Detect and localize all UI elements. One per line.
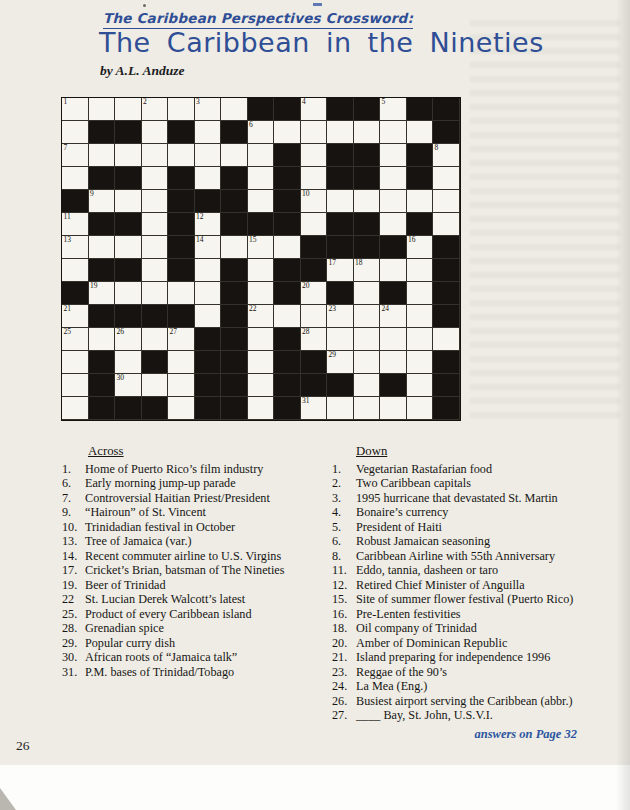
clue-item-text: Early morning jump-up parade bbox=[85, 476, 330, 491]
grid-cell[interactable] bbox=[354, 328, 381, 351]
grid-cell[interactable]: 6 bbox=[248, 121, 275, 144]
black-cell bbox=[274, 190, 301, 213]
grid-cell[interactable] bbox=[142, 374, 169, 397]
black-cell bbox=[248, 213, 275, 236]
grid-cell[interactable] bbox=[274, 236, 301, 259]
black-cell bbox=[89, 213, 116, 236]
grid-cell[interactable]: 19 bbox=[89, 282, 116, 305]
grid-cell[interactable] bbox=[62, 121, 89, 144]
black-cell bbox=[301, 236, 328, 259]
byline: by A.L. Anduze bbox=[100, 63, 185, 79]
clue-item-text: President of Haiti bbox=[356, 520, 624, 535]
grid-cell[interactable]: 21 bbox=[62, 305, 89, 328]
grid-cell[interactable] bbox=[354, 397, 381, 420]
grid-cell[interactable] bbox=[168, 282, 195, 305]
grid-cell[interactable] bbox=[380, 167, 407, 190]
grid-cell[interactable] bbox=[248, 144, 275, 167]
clue-item: 18.Oil company of Trinidad bbox=[332, 621, 624, 636]
black-cell bbox=[274, 167, 301, 190]
grid-cell[interactable]: 9 bbox=[89, 190, 116, 213]
clue-item-number: 13. bbox=[62, 534, 85, 549]
grid-cell[interactable] bbox=[433, 328, 460, 351]
grid-cell[interactable]: 30 bbox=[115, 374, 142, 397]
grid-cell[interactable]: 25 bbox=[62, 328, 89, 351]
black-cell bbox=[274, 397, 301, 420]
black-cell bbox=[380, 374, 407, 397]
clue-item-text: ____ Bay, St. John, U.S.V.I. bbox=[356, 708, 624, 723]
grid-cell[interactable] bbox=[380, 144, 407, 167]
clue-item: 5.President of Haiti bbox=[332, 520, 624, 535]
grid-cell[interactable] bbox=[301, 213, 328, 236]
clue-number: 20 bbox=[302, 282, 310, 290]
grid-cell[interactable] bbox=[62, 351, 89, 374]
clue-item-text: “Hairoun” of St. Vincent bbox=[85, 505, 330, 520]
black-cell bbox=[354, 213, 381, 236]
grid-cell[interactable] bbox=[327, 190, 354, 213]
black-cell bbox=[168, 190, 195, 213]
crossword-grid[interactable]: 1234567891011121314151617181920212223242… bbox=[61, 97, 461, 421]
clue-number: 18 bbox=[355, 259, 363, 267]
grid-cell[interactable] bbox=[407, 397, 434, 420]
black-cell bbox=[115, 121, 142, 144]
grid-cell[interactable] bbox=[168, 144, 195, 167]
grid-cell[interactable] bbox=[115, 351, 142, 374]
black-cell bbox=[168, 259, 195, 282]
black-cell bbox=[89, 351, 116, 374]
black-cell bbox=[407, 144, 434, 167]
black-cell bbox=[168, 305, 195, 328]
grid-cell[interactable] bbox=[142, 144, 169, 167]
black-cell bbox=[195, 374, 222, 397]
grid-cell[interactable] bbox=[380, 397, 407, 420]
grid-cell[interactable] bbox=[407, 351, 434, 374]
black-cell bbox=[142, 305, 169, 328]
clue-number: 24 bbox=[382, 305, 390, 313]
grid-cell[interactable] bbox=[142, 121, 169, 144]
grid-cell[interactable] bbox=[195, 121, 222, 144]
grid-cell[interactable] bbox=[274, 121, 301, 144]
grid-cell[interactable] bbox=[433, 167, 460, 190]
clue-number: 31 bbox=[302, 397, 310, 405]
clue-item-text: Pre-Lenten festivities bbox=[356, 607, 624, 622]
grid-cell[interactable] bbox=[221, 98, 248, 121]
grid-cell[interactable] bbox=[301, 144, 328, 167]
grid-cell[interactable] bbox=[407, 121, 434, 144]
clue-number: 13 bbox=[64, 236, 72, 244]
grid-cell[interactable]: 17 bbox=[327, 259, 354, 282]
grid-cell[interactable] bbox=[327, 328, 354, 351]
grid-cell[interactable]: 4 bbox=[301, 98, 328, 121]
grid-cell[interactable] bbox=[301, 305, 328, 328]
grid-cell[interactable] bbox=[62, 259, 89, 282]
grid-cell[interactable] bbox=[115, 236, 142, 259]
grid-cell[interactable]: 15 bbox=[248, 236, 275, 259]
black-cell bbox=[327, 236, 354, 259]
grid-cell[interactable]: 23 bbox=[327, 305, 354, 328]
black-cell bbox=[89, 167, 116, 190]
black-cell bbox=[407, 213, 434, 236]
grid-cell[interactable] bbox=[407, 328, 434, 351]
grid-cell[interactable] bbox=[221, 144, 248, 167]
black-cell bbox=[115, 305, 142, 328]
clue-item-text: Island preparing for independence 1996 bbox=[356, 650, 624, 665]
clue-item-number: 19. bbox=[62, 578, 85, 593]
grid-cell[interactable] bbox=[433, 190, 460, 213]
scan-bleedthrough bbox=[470, 20, 620, 420]
black-cell bbox=[195, 328, 222, 351]
clue-number: 14 bbox=[196, 236, 204, 244]
grid-cell[interactable] bbox=[142, 213, 169, 236]
grid-cell[interactable] bbox=[380, 351, 407, 374]
clue-item: 1.Vegetarian Rastafarian food bbox=[332, 462, 624, 477]
clue-item-number: 22 bbox=[62, 592, 85, 607]
clue-item: 3.1995 hurricane that devastated St. Mar… bbox=[332, 491, 624, 506]
grid-cell[interactable]: 14 bbox=[195, 236, 222, 259]
grid-cell[interactable] bbox=[89, 144, 116, 167]
clue-item: 25.Product of every Caribbean island bbox=[62, 607, 330, 622]
clue-item: 6.Robust Jamaican seasoning bbox=[332, 534, 624, 549]
grid-cell[interactable] bbox=[195, 259, 222, 282]
clue-item-number: 17. bbox=[62, 563, 85, 578]
black-cell bbox=[354, 167, 381, 190]
clue-item-text: Tree of Jamaica (var.) bbox=[85, 534, 330, 549]
clue-item-text: Two Caribbean capitals bbox=[356, 476, 624, 491]
grid-cell[interactable] bbox=[115, 98, 142, 121]
clue-number: 25 bbox=[64, 328, 72, 336]
clue-number: 2 bbox=[143, 98, 147, 106]
grid-cell[interactable]: 22 bbox=[248, 305, 275, 328]
down-heading: Down bbox=[356, 444, 624, 459]
clue-item-text: Cricket’s Brian, batsman of The Nineties bbox=[85, 563, 330, 578]
clue-item: 20.Amber of Dominican Republic bbox=[332, 636, 624, 651]
black-cell bbox=[195, 190, 222, 213]
black-cell bbox=[274, 144, 301, 167]
black-cell bbox=[115, 259, 142, 282]
black-cell bbox=[327, 98, 354, 121]
grid-cell[interactable] bbox=[115, 144, 142, 167]
clue-item: 10.Trinidadian festival in October bbox=[62, 520, 330, 535]
black-cell bbox=[115, 397, 142, 420]
grid-cell[interactable] bbox=[407, 190, 434, 213]
grid-cell[interactable] bbox=[248, 167, 275, 190]
clue-item-number: 6. bbox=[62, 476, 85, 491]
grid-cell[interactable] bbox=[354, 121, 381, 144]
black-cell bbox=[354, 144, 381, 167]
grid-cell[interactable] bbox=[168, 374, 195, 397]
black-cell bbox=[221, 190, 248, 213]
black-cell bbox=[407, 98, 434, 121]
clue-item: 13.Tree of Jamaica (var.) bbox=[62, 534, 330, 549]
grid-cell[interactable] bbox=[248, 190, 275, 213]
black-cell bbox=[115, 167, 142, 190]
clue-item: 26.Busiest airport serving the Caribbean… bbox=[332, 694, 624, 709]
black-cell bbox=[89, 121, 116, 144]
black-cell bbox=[274, 374, 301, 397]
clue-item: 8.Caribbean Airline with 55th Anniversar… bbox=[332, 549, 624, 564]
clue-item-text: Popular curry dish bbox=[85, 636, 330, 651]
grid-cell[interactable] bbox=[248, 397, 275, 420]
black-cell bbox=[433, 397, 460, 420]
grid-cell[interactable] bbox=[380, 328, 407, 351]
clue-item-text: Amber of Dominican Republic bbox=[356, 636, 624, 651]
grid-cell[interactable] bbox=[89, 328, 116, 351]
grid-cell[interactable] bbox=[62, 374, 89, 397]
grid-cell[interactable] bbox=[301, 121, 328, 144]
grid-cell[interactable] bbox=[142, 328, 169, 351]
scan-mark bbox=[143, 4, 146, 7]
grid-cell[interactable] bbox=[168, 397, 195, 420]
black-cell bbox=[380, 282, 407, 305]
clue-item-text: Retired Chief Minister of Anguilla bbox=[356, 578, 624, 593]
clue-number: 26 bbox=[117, 328, 125, 336]
clue-item: 7.Controversial Haitian Priest/President bbox=[62, 491, 330, 506]
grid-cell[interactable] bbox=[327, 121, 354, 144]
page-number: 26 bbox=[16, 738, 30, 754]
grid-cell[interactable] bbox=[115, 190, 142, 213]
grid-cell[interactable]: 5 bbox=[380, 98, 407, 121]
clue-item-number: 31. bbox=[62, 665, 85, 680]
black-cell bbox=[89, 259, 116, 282]
clue-item-text: La Mea (Eng.) bbox=[356, 679, 624, 694]
grid-cell[interactable] bbox=[195, 282, 222, 305]
clue-number: 4 bbox=[302, 98, 306, 106]
clue-item-text: Trinidadian festival in October bbox=[85, 520, 330, 535]
clue-item-number: 8. bbox=[332, 549, 356, 564]
black-cell bbox=[168, 213, 195, 236]
clue-item-text: Bonaire’s currency bbox=[356, 505, 624, 520]
grid-cell[interactable] bbox=[248, 374, 275, 397]
black-cell bbox=[168, 167, 195, 190]
grid-cell[interactable] bbox=[142, 282, 169, 305]
grid-cell[interactable] bbox=[195, 144, 222, 167]
clue-item-text: Reggae of the 90’s bbox=[356, 665, 624, 680]
black-cell bbox=[221, 305, 248, 328]
clue-item-text: Home of Puerto Rico’s film industry bbox=[85, 462, 330, 477]
grid-cell[interactable] bbox=[380, 259, 407, 282]
clue-number: 3 bbox=[196, 98, 200, 106]
grid-cell[interactable] bbox=[380, 213, 407, 236]
clue-item: 29.Popular curry dish bbox=[62, 636, 330, 651]
clue-item: 12.Retired Chief Minister of Anguilla bbox=[332, 578, 624, 593]
black-cell bbox=[221, 259, 248, 282]
clue-item-number: 25. bbox=[62, 607, 85, 622]
black-cell bbox=[221, 374, 248, 397]
clue-item: 23.Reggae of the 90’s bbox=[332, 665, 624, 680]
clue-item-number: 7. bbox=[62, 491, 85, 506]
clue-number: 5 bbox=[382, 98, 386, 106]
magazine-page: The Caribbean Perspectives Crossword: Th… bbox=[0, 0, 630, 810]
grid-cell[interactable] bbox=[142, 190, 169, 213]
clue-item-text: Caribbean Airline with 55th Anniversary bbox=[356, 549, 624, 564]
black-cell bbox=[301, 374, 328, 397]
grid-cell[interactable]: 29 bbox=[327, 351, 354, 374]
clue-item-text: Beer of Trinidad bbox=[85, 578, 330, 593]
grid-cell[interactable] bbox=[168, 351, 195, 374]
clue-item-number: 23. bbox=[332, 665, 356, 680]
clue-item-text: Site of summer flower festival (Puerto R… bbox=[356, 592, 624, 607]
clues-across: Across 1.Home of Puerto Rico’s film indu… bbox=[62, 444, 330, 679]
clue-item-text: Oil company of Trinidad bbox=[356, 621, 624, 636]
clue-item-text: 1995 hurricane that devastated St. Marti… bbox=[356, 491, 624, 506]
clue-number: 21 bbox=[64, 305, 72, 313]
black-cell bbox=[274, 282, 301, 305]
grid-cell[interactable] bbox=[248, 282, 275, 305]
black-cell bbox=[433, 98, 460, 121]
black-cell bbox=[274, 328, 301, 351]
black-cell bbox=[195, 351, 222, 374]
black-cell bbox=[433, 282, 460, 305]
grid-cell[interactable] bbox=[433, 213, 460, 236]
clue-number: 8 bbox=[435, 144, 439, 152]
grid-cell[interactable] bbox=[354, 351, 381, 374]
clue-item: 30.African roots of “Jamaica talk” bbox=[62, 650, 330, 665]
grid-cell[interactable]: 8 bbox=[433, 144, 460, 167]
grid-cell[interactable] bbox=[407, 282, 434, 305]
clue-item-text: Eddo, tannia, dasheen or taro bbox=[356, 563, 624, 578]
grid-cell[interactable] bbox=[327, 397, 354, 420]
grid-cell[interactable] bbox=[195, 305, 222, 328]
clue-item: 11.Eddo, tannia, dasheen or taro bbox=[332, 563, 624, 578]
black-cell bbox=[248, 98, 275, 121]
grid-cell[interactable]: 18 bbox=[354, 259, 381, 282]
clue-item: 17.Cricket’s Brian, batsman of The Ninet… bbox=[62, 563, 330, 578]
grid-cell[interactable] bbox=[62, 397, 89, 420]
black-cell bbox=[221, 167, 248, 190]
grid-cell[interactable]: 27 bbox=[168, 328, 195, 351]
grid-cell[interactable]: 2 bbox=[142, 98, 169, 121]
clue-item-text: St. Lucian Derek Walcott’s latest bbox=[85, 592, 330, 607]
grid-cell[interactable] bbox=[115, 282, 142, 305]
clue-number: 1 bbox=[64, 98, 68, 106]
clue-number: 30 bbox=[117, 374, 125, 382]
clue-item-number: 20. bbox=[332, 636, 356, 651]
clue-item-number: 15. bbox=[332, 592, 356, 607]
clue-number: 10 bbox=[302, 190, 310, 198]
clue-item: 14.Recent commuter airline to U.S. Virgi… bbox=[62, 549, 330, 564]
black-cell bbox=[433, 305, 460, 328]
answers-note: answers on Page 32 bbox=[330, 727, 577, 742]
grid-cell[interactable]: 26 bbox=[115, 328, 142, 351]
grid-cell[interactable] bbox=[195, 167, 222, 190]
grid-cell[interactable] bbox=[142, 259, 169, 282]
grid-cell[interactable]: 20 bbox=[301, 282, 328, 305]
grid-cell[interactable] bbox=[248, 351, 275, 374]
across-heading: Across bbox=[88, 444, 330, 459]
clue-item-number: 11. bbox=[332, 563, 356, 578]
grid-cell[interactable] bbox=[274, 305, 301, 328]
grid-cell[interactable] bbox=[89, 98, 116, 121]
page-edge bbox=[0, 765, 630, 810]
black-cell bbox=[115, 213, 142, 236]
grid-cell[interactable] bbox=[248, 328, 275, 351]
clue-item-number: 21. bbox=[332, 650, 356, 665]
clue-item-text: Controversial Haitian Priest/President bbox=[85, 491, 330, 506]
clue-item-number: 26. bbox=[332, 694, 356, 709]
grid-cell[interactable] bbox=[301, 167, 328, 190]
clue-item-number: 10. bbox=[62, 520, 85, 535]
clue-item-text: Robust Jamaican seasoning bbox=[356, 534, 624, 549]
grid-cell[interactable]: 16 bbox=[407, 236, 434, 259]
black-cell bbox=[327, 282, 354, 305]
clue-item: 6.Early morning jump-up parade bbox=[62, 476, 330, 491]
clue-item-number: 5. bbox=[332, 520, 356, 535]
clue-item: 15.Site of summer flower festival (Puert… bbox=[332, 592, 624, 607]
grid-cell[interactable] bbox=[89, 236, 116, 259]
grid-cell[interactable] bbox=[142, 167, 169, 190]
clue-number: 16 bbox=[408, 236, 416, 244]
grid-cell[interactable] bbox=[380, 190, 407, 213]
black-cell bbox=[407, 167, 434, 190]
clue-item: 1.Home of Puerto Rico’s film industry bbox=[62, 462, 330, 477]
black-cell bbox=[433, 374, 460, 397]
grid-cell[interactable] bbox=[142, 236, 169, 259]
clue-item-text: P.M. bases of Trinidad/Tobago bbox=[85, 665, 330, 680]
black-cell bbox=[354, 236, 381, 259]
black-cell bbox=[433, 236, 460, 259]
grid-cell[interactable] bbox=[407, 374, 434, 397]
black-cell bbox=[168, 236, 195, 259]
black-cell bbox=[168, 121, 195, 144]
clue-number: 29 bbox=[329, 351, 337, 359]
grid-cell[interactable] bbox=[354, 374, 381, 397]
clue-number: 12 bbox=[196, 213, 204, 221]
grid-cell[interactable] bbox=[407, 305, 434, 328]
grid-cell[interactable] bbox=[354, 282, 381, 305]
clue-number: 17 bbox=[329, 259, 337, 267]
clue-item: 2.Two Caribbean capitals bbox=[332, 476, 624, 491]
black-cell bbox=[221, 397, 248, 420]
black-cell bbox=[327, 144, 354, 167]
grid-cell[interactable] bbox=[407, 259, 434, 282]
clue-number: 7 bbox=[64, 144, 68, 152]
clue-number: 19 bbox=[90, 282, 98, 290]
clue-item: 16.Pre-Lenten festivities bbox=[332, 607, 624, 622]
clue-item-number: 27. bbox=[332, 708, 356, 723]
clue-item-number: 1. bbox=[332, 462, 356, 477]
black-cell bbox=[327, 167, 354, 190]
grid-cell[interactable]: 31 bbox=[301, 397, 328, 420]
grid-cell[interactable] bbox=[380, 121, 407, 144]
grid-cell[interactable]: 12 bbox=[195, 213, 222, 236]
grid-cell[interactable]: 3 bbox=[195, 98, 222, 121]
black-cell bbox=[433, 121, 460, 144]
black-cell bbox=[89, 374, 116, 397]
grid-cell[interactable]: 28 bbox=[301, 328, 328, 351]
grid-cell[interactable]: 1 bbox=[62, 98, 89, 121]
grid-cell[interactable]: 10 bbox=[301, 190, 328, 213]
clue-item: 4.Bonaire’s currency bbox=[332, 505, 624, 520]
grid-cell[interactable] bbox=[221, 236, 248, 259]
black-cell bbox=[89, 397, 116, 420]
clue-item-text: Recent commuter airline to U.S. Virgins bbox=[85, 549, 330, 564]
grid-cell[interactable]: 7 bbox=[62, 144, 89, 167]
grid-cell[interactable] bbox=[248, 259, 275, 282]
clue-item: 27.____ Bay, St. John, U.S.V.I. bbox=[332, 708, 624, 723]
black-cell bbox=[221, 282, 248, 305]
grid-cell[interactable] bbox=[354, 190, 381, 213]
black-cell bbox=[89, 305, 116, 328]
clue-number: 6 bbox=[249, 121, 253, 129]
grid-cell[interactable] bbox=[62, 167, 89, 190]
grid-cell[interactable]: 11 bbox=[62, 213, 89, 236]
clue-item: 28.Grenadian spice bbox=[62, 621, 330, 636]
grid-cell[interactable] bbox=[354, 305, 381, 328]
grid-cell[interactable]: 24 bbox=[380, 305, 407, 328]
grid-cell[interactable] bbox=[168, 98, 195, 121]
clue-item: 21.Island preparing for independence 199… bbox=[332, 650, 624, 665]
grid-cell[interactable]: 13 bbox=[62, 236, 89, 259]
clue-number: 22 bbox=[249, 305, 257, 313]
